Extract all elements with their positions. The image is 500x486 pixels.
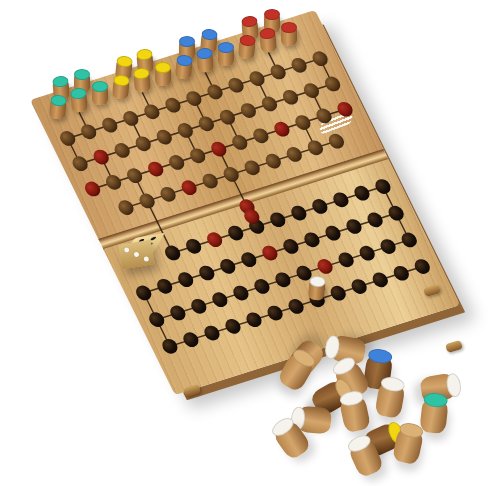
loose-peg-body <box>347 437 385 479</box>
loose-peg <box>332 359 372 401</box>
peg-top <box>264 9 280 20</box>
peg-top <box>74 69 90 80</box>
loose-peg-body <box>363 353 393 390</box>
loose-peg-body <box>339 395 372 434</box>
die-front-face <box>118 240 155 270</box>
clasp-latch <box>445 340 463 353</box>
loose-peg <box>374 381 406 419</box>
loose-peg-body <box>392 427 425 466</box>
wooden-die <box>116 222 160 270</box>
loose-peg <box>419 398 448 435</box>
die-pip <box>124 247 130 253</box>
loose-peg-top <box>445 372 463 398</box>
die-pip <box>134 252 140 258</box>
loose-peg-body <box>374 381 406 419</box>
loose-peg-top <box>269 414 297 439</box>
loose-peg <box>361 421 403 459</box>
loose-peg-body <box>419 398 448 435</box>
loose-peg-top <box>330 354 358 378</box>
loose-peg-top <box>423 392 448 408</box>
loose-peg <box>309 378 351 418</box>
loose-peg <box>363 353 393 390</box>
loose-peg <box>419 372 457 404</box>
loose-peg <box>272 419 313 462</box>
loose-peg-top <box>338 389 364 408</box>
loose-peg-body <box>361 421 403 459</box>
peg-top <box>241 16 258 28</box>
loose-peg-top <box>290 406 306 431</box>
loose-peg <box>347 437 385 479</box>
loose-peg-top <box>385 419 408 447</box>
product-photo-scene <box>0 0 500 486</box>
loose-peg-body <box>272 419 313 462</box>
loose-peg-top <box>398 421 424 440</box>
peg-top <box>201 29 218 41</box>
peg-top <box>179 36 195 47</box>
loose-peg-body <box>309 378 351 418</box>
loose-peg-body <box>419 372 457 404</box>
loose-peg-top <box>282 357 309 383</box>
loose-peg <box>296 406 332 435</box>
peg-top <box>116 55 133 67</box>
loose-peg-top <box>367 348 393 365</box>
loose-peg-body <box>332 359 372 401</box>
game-board <box>30 10 460 395</box>
loose-peg-top <box>345 432 373 455</box>
loose-peg-top <box>380 375 406 393</box>
loose-peg <box>339 395 372 434</box>
loose-peg-body <box>296 406 332 435</box>
loose-peg-top <box>332 376 356 404</box>
die-pip <box>143 256 149 262</box>
loose-peg <box>392 427 425 466</box>
peg-top <box>52 75 69 87</box>
peg-top <box>136 49 153 61</box>
die-pip <box>150 236 157 240</box>
